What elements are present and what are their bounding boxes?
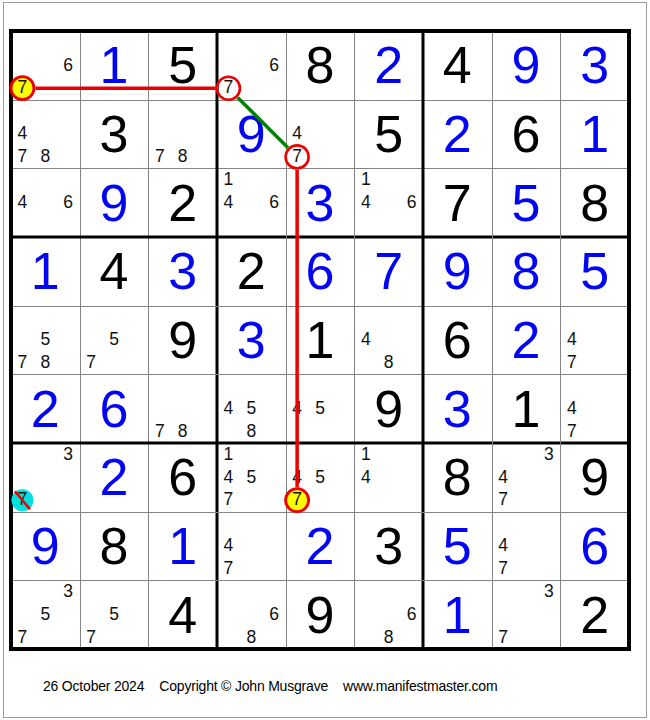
- candidate-empty: [217, 31, 240, 54]
- cell-r5c8[interactable]: 2: [492, 306, 561, 375]
- candidate-8: 8: [240, 626, 263, 649]
- candidate-empty: [240, 557, 263, 580]
- candidate-empty: [125, 329, 148, 352]
- cell-r7c7[interactable]: 8: [423, 443, 492, 512]
- pencil-marks: 78: [148, 374, 217, 443]
- candidate-empty: [354, 626, 377, 649]
- cell-r3c6[interactable]: 146: [354, 168, 423, 237]
- solved-digit: 6: [560, 512, 629, 581]
- cell-r5c2[interactable]: 57: [80, 306, 149, 375]
- footer-website: www.manifestmaster.com: [343, 678, 497, 694]
- solved-digit: 3: [217, 306, 286, 375]
- pencil-marks: 57: [80, 580, 149, 649]
- candidate-empty: [57, 214, 80, 237]
- candidate-empty: [148, 397, 171, 420]
- candidate-7: 7: [80, 351, 103, 374]
- candidate-empty: [400, 214, 423, 237]
- candidate-5: 5: [240, 466, 263, 489]
- candidate-empty: [400, 168, 423, 191]
- pencil-marks: 357: [11, 580, 80, 649]
- candidate-empty: [34, 443, 57, 466]
- candidate-empty: [263, 489, 286, 512]
- candidate-empty: [34, 214, 57, 237]
- candidate-empty: [103, 306, 126, 329]
- candidate-empty: [286, 420, 309, 443]
- candidate-empty: [263, 443, 286, 466]
- cell-r1c3[interactable]: 5: [148, 31, 217, 100]
- candidate-8: 8: [377, 626, 400, 649]
- solved-digit: 2: [423, 100, 492, 169]
- cell-r3c3[interactable]: 2: [148, 168, 217, 237]
- cell-r3c1[interactable]: 46: [11, 168, 80, 237]
- candidate-empty: [240, 512, 263, 535]
- given-digit: 8: [560, 168, 629, 237]
- cell-r7c5[interactable]: 457: [286, 443, 355, 512]
- solved-digit: 7: [354, 237, 423, 306]
- cell-r8c6[interactable]: 3: [354, 512, 423, 581]
- candidate-empty: [263, 626, 286, 649]
- candidate-empty: [515, 580, 538, 603]
- cell-r6c1[interactable]: 2: [11, 374, 80, 443]
- cell-r9c1[interactable]: 357: [11, 580, 80, 649]
- candidate-4: 4: [217, 535, 240, 558]
- cell-r5c1[interactable]: 578: [11, 306, 80, 375]
- cell-r6c9[interactable]: 47: [560, 374, 629, 443]
- candidate-empty: [80, 306, 103, 329]
- candidate-empty: [354, 580, 377, 603]
- cell-r4c6[interactable]: 7: [354, 237, 423, 306]
- candidate-empty: [34, 191, 57, 214]
- cell-r6c4[interactable]: 458: [217, 374, 286, 443]
- candidate-empty: [34, 466, 57, 489]
- cell-r2c7[interactable]: 2: [423, 100, 492, 169]
- candidate-empty: [57, 100, 80, 123]
- cell-r1c9[interactable]: 3: [560, 31, 629, 100]
- solved-digit: 1: [560, 100, 629, 169]
- candidate-1: 1: [217, 443, 240, 466]
- candidate-empty: [560, 306, 583, 329]
- cell-r2c5[interactable]: 47: [286, 100, 355, 169]
- cell-r4c4[interactable]: 2: [217, 237, 286, 306]
- candidate-empty: [240, 168, 263, 191]
- solved-digit: 3: [148, 237, 217, 306]
- candidate-empty: [57, 626, 80, 649]
- solved-digit: 2: [354, 31, 423, 100]
- candidate-empty: [537, 466, 560, 489]
- candidate-empty: [34, 489, 57, 512]
- candidate-empty: [560, 374, 583, 397]
- candidate-empty: [34, 54, 57, 77]
- cell-r4c3[interactable]: 3: [148, 237, 217, 306]
- cell-r1c6[interactable]: 2: [354, 31, 423, 100]
- given-digit: 3: [354, 512, 423, 581]
- solved-digit: 9: [217, 100, 286, 169]
- candidate-empty: [11, 466, 34, 489]
- candidate-empty: [606, 351, 629, 374]
- given-digit: 4: [80, 237, 149, 306]
- cell-r8c9[interactable]: 6: [560, 512, 629, 581]
- pencil-marks: 47: [217, 512, 286, 581]
- candidate-8: 8: [34, 145, 57, 168]
- candidate-5: 5: [309, 397, 332, 420]
- cell-r1c4[interactable]: 67: [217, 31, 286, 100]
- pencil-marks: 67: [217, 31, 286, 100]
- cell-r4c9[interactable]: 5: [560, 237, 629, 306]
- cell-r1c5[interactable]: 8: [286, 31, 355, 100]
- candidate-empty: [286, 100, 309, 123]
- candidate-empty: [240, 214, 263, 237]
- candidate-empty: [240, 374, 263, 397]
- candidate-empty: [331, 466, 354, 489]
- solved-digit: 3: [423, 374, 492, 443]
- cell-r7c1[interactable]: 37: [11, 443, 80, 512]
- candidate-empty: [80, 580, 103, 603]
- cell-r6c7[interactable]: 3: [423, 374, 492, 443]
- candidate-empty: [148, 374, 171, 397]
- cell-r4c2[interactable]: 4: [80, 237, 149, 306]
- cell-r3c9[interactable]: 8: [560, 168, 629, 237]
- cell-r3c4[interactable]: 146: [217, 168, 286, 237]
- candidate-empty: [34, 626, 57, 649]
- given-digit: 2: [148, 168, 217, 237]
- candidate-empty: [125, 626, 148, 649]
- candidate-4: 4: [354, 329, 377, 352]
- candidate-empty: [309, 100, 332, 123]
- candidate-empty: [583, 397, 606, 420]
- candidate-empty: [400, 626, 423, 649]
- cell-r8c5[interactable]: 2: [286, 512, 355, 581]
- candidate-empty: [11, 603, 34, 626]
- candidate-empty: [354, 603, 377, 626]
- given-digit: 9: [286, 580, 355, 649]
- pencil-marks: 47: [560, 306, 629, 375]
- candidate-7: 7: [286, 489, 309, 512]
- candidate-empty: [331, 489, 354, 512]
- pencil-marks: 46: [11, 168, 80, 237]
- candidate-empty: [606, 306, 629, 329]
- cell-r1c2[interactable]: 1: [80, 31, 149, 100]
- candidate-empty: [537, 512, 560, 535]
- cell-r6c2[interactable]: 6: [80, 374, 149, 443]
- cell-r2c9[interactable]: 1: [560, 100, 629, 169]
- pencil-marks: 45: [286, 374, 355, 443]
- pencil-marks: 48: [354, 306, 423, 375]
- candidate-empty: [263, 535, 286, 558]
- cell-r7c3[interactable]: 6: [148, 443, 217, 512]
- candidate-empty: [57, 603, 80, 626]
- candidate-empty: [515, 512, 538, 535]
- solved-digit: 8: [492, 237, 561, 306]
- candidate-empty: [515, 466, 538, 489]
- pencil-marks: 478: [11, 100, 80, 169]
- given-digit: 9: [148, 306, 217, 375]
- candidate-empty: [515, 557, 538, 580]
- cell-r4c7[interactable]: 9: [423, 237, 492, 306]
- cell-r6c6[interactable]: 9: [354, 374, 423, 443]
- candidate-empty: [400, 489, 423, 512]
- candidate-empty: [240, 54, 263, 77]
- candidate-empty: [263, 466, 286, 489]
- cell-r2c3[interactable]: 78: [148, 100, 217, 169]
- candidate-empty: [217, 54, 240, 77]
- cell-r8c2[interactable]: 8: [80, 512, 149, 581]
- candidate-empty: [286, 374, 309, 397]
- candidate-4: 4: [354, 466, 377, 489]
- candidate-empty: [57, 77, 80, 100]
- candidate-empty: [263, 512, 286, 535]
- pencil-marks: 67: [11, 31, 80, 100]
- candidate-6: 6: [400, 603, 423, 626]
- pencil-marks: 37: [11, 443, 80, 512]
- pencil-marks: 78: [148, 100, 217, 169]
- candidate-6: 6: [57, 54, 80, 77]
- candidate-empty: [263, 77, 286, 100]
- candidate-8: 8: [171, 420, 194, 443]
- candidate-7: 7: [217, 557, 240, 580]
- solved-digit: 2: [11, 374, 80, 443]
- candidate-empty: [400, 580, 423, 603]
- candidate-empty: [583, 329, 606, 352]
- given-digit: 8: [286, 31, 355, 100]
- cell-r8c4[interactable]: 47: [217, 512, 286, 581]
- candidate-empty: [103, 626, 126, 649]
- candidate-3: 3: [537, 443, 560, 466]
- solved-digit: 3: [286, 168, 355, 237]
- candidate-5: 5: [240, 397, 263, 420]
- candidate-empty: [354, 214, 377, 237]
- cell-r5c7[interactable]: 6: [423, 306, 492, 375]
- cell-r5c5[interactable]: 1: [286, 306, 355, 375]
- candidate-empty: [57, 145, 80, 168]
- pencil-marks: 146: [354, 168, 423, 237]
- candidate-empty: [57, 306, 80, 329]
- cell-r2c4[interactable]: 9: [217, 100, 286, 169]
- cell-r8c7[interactable]: 5: [423, 512, 492, 581]
- candidate-empty: [377, 443, 400, 466]
- cell-r3c5[interactable]: 3: [286, 168, 355, 237]
- candidate-empty: [515, 603, 538, 626]
- candidate-empty: [194, 420, 217, 443]
- candidate-empty: [377, 489, 400, 512]
- cell-r2c8[interactable]: 6: [492, 100, 561, 169]
- pencil-marks: 457: [286, 443, 355, 512]
- candidate-empty: [583, 351, 606, 374]
- cell-r5c6[interactable]: 48: [354, 306, 423, 375]
- cell-r6c3[interactable]: 78: [148, 374, 217, 443]
- cell-r1c1[interactable]: 67: [11, 31, 80, 100]
- footer-date: 26 October 2024: [43, 678, 144, 694]
- solved-digit: 1: [423, 580, 492, 649]
- candidate-empty: [492, 443, 515, 466]
- candidate-4: 4: [217, 191, 240, 214]
- candidate-empty: [240, 580, 263, 603]
- candidate-empty: [263, 557, 286, 580]
- given-digit: 7: [423, 168, 492, 237]
- sudoku-page: 6715678249347837894752614692146314675814…: [0, 0, 650, 720]
- candidate-empty: [57, 466, 80, 489]
- cell-r9c6[interactable]: 68: [354, 580, 423, 649]
- cell-r6c5[interactable]: 45: [286, 374, 355, 443]
- pencil-marks: 47: [560, 374, 629, 443]
- pencil-marks: 146: [217, 168, 286, 237]
- candidate-empty: [34, 306, 57, 329]
- cell-r2c2[interactable]: 3: [80, 100, 149, 169]
- given-digit: 8: [423, 443, 492, 512]
- candidate-empty: [11, 580, 34, 603]
- candidate-empty: [171, 123, 194, 146]
- candidate-7: 7: [11, 489, 34, 512]
- cell-r9c5[interactable]: 9: [286, 580, 355, 649]
- candidate-empty: [606, 420, 629, 443]
- cell-r7c6[interactable]: 14: [354, 443, 423, 512]
- solved-digit: 1: [80, 31, 149, 100]
- candidate-empty: [377, 214, 400, 237]
- pencil-marks: 37: [492, 580, 561, 649]
- candidate-empty: [11, 31, 34, 54]
- cell-r3c2[interactable]: 9: [80, 168, 149, 237]
- given-digit: 6: [423, 306, 492, 375]
- cell-r7c2[interactable]: 2: [80, 443, 149, 512]
- candidate-empty: [80, 603, 103, 626]
- candidate-empty: [492, 580, 515, 603]
- candidate-empty: [537, 489, 560, 512]
- candidate-empty: [309, 145, 332, 168]
- pencil-marks: 458: [217, 374, 286, 443]
- candidate-3: 3: [57, 580, 80, 603]
- candidate-7: 7: [80, 626, 103, 649]
- candidate-empty: [263, 420, 286, 443]
- candidate-4: 4: [286, 123, 309, 146]
- candidate-7: 7: [492, 626, 515, 649]
- candidate-4: 4: [492, 535, 515, 558]
- candidate-7: 7: [11, 77, 34, 100]
- candidate-7: 7: [148, 145, 171, 168]
- cell-r9c3[interactable]: 4: [148, 580, 217, 649]
- cell-r9c9[interactable]: 2: [560, 580, 629, 649]
- cell-r2c6[interactable]: 5: [354, 100, 423, 169]
- sudoku-board[interactable]: 6715678249347837894752614692146314675814…: [11, 31, 629, 649]
- candidate-empty: [492, 512, 515, 535]
- cell-r8c8[interactable]: 47: [492, 512, 561, 581]
- cell-r5c9[interactable]: 47: [560, 306, 629, 375]
- candidate-empty: [537, 535, 560, 558]
- cell-r7c4[interactable]: 1457: [217, 443, 286, 512]
- cell-r4c8[interactable]: 8: [492, 237, 561, 306]
- given-digit: 6: [148, 443, 217, 512]
- cell-r8c3[interactable]: 1: [148, 512, 217, 581]
- solved-digit: 6: [286, 237, 355, 306]
- candidate-empty: [103, 580, 126, 603]
- candidate-empty: [354, 351, 377, 374]
- candidate-empty: [148, 100, 171, 123]
- cell-r5c4[interactable]: 3: [217, 306, 286, 375]
- candidate-empty: [263, 397, 286, 420]
- candidate-1: 1: [217, 168, 240, 191]
- cell-r8c1[interactable]: 9: [11, 512, 80, 581]
- solved-digit: 5: [423, 512, 492, 581]
- given-digit: 2: [560, 580, 629, 649]
- candidate-4: 4: [217, 466, 240, 489]
- footer-copyright: Copyright © John Musgrave: [159, 678, 328, 694]
- candidate-7: 7: [492, 557, 515, 580]
- candidate-7: 7: [217, 77, 240, 100]
- cell-r9c8[interactable]: 37: [492, 580, 561, 649]
- solved-digit: 2: [492, 306, 561, 375]
- candidate-empty: [217, 626, 240, 649]
- solved-digit: 3: [560, 31, 629, 100]
- cell-r3c7[interactable]: 7: [423, 168, 492, 237]
- given-digit: 4: [423, 31, 492, 100]
- cell-r2c1[interactable]: 478: [11, 100, 80, 169]
- solved-digit: 1: [11, 237, 80, 306]
- candidate-4: 4: [492, 466, 515, 489]
- candidate-empty: [57, 489, 80, 512]
- candidate-6: 6: [263, 54, 286, 77]
- candidate-empty: [263, 168, 286, 191]
- candidate-empty: [331, 443, 354, 466]
- solved-digit: 6: [80, 374, 149, 443]
- candidate-empty: [606, 374, 629, 397]
- candidate-empty: [171, 374, 194, 397]
- cell-r1c7[interactable]: 4: [423, 31, 492, 100]
- candidate-empty: [537, 557, 560, 580]
- candidate-empty: [377, 466, 400, 489]
- candidate-7: 7: [286, 145, 309, 168]
- cell-r9c4[interactable]: 68: [217, 580, 286, 649]
- cell-r6c8[interactable]: 1: [492, 374, 561, 443]
- cell-r5c3[interactable]: 9: [148, 306, 217, 375]
- cell-r4c5[interactable]: 6: [286, 237, 355, 306]
- pencil-marks: 14: [354, 443, 423, 512]
- candidate-empty: [125, 351, 148, 374]
- candidate-empty: [263, 31, 286, 54]
- cell-r4c1[interactable]: 1: [11, 237, 80, 306]
- candidate-5: 5: [34, 329, 57, 352]
- candidate-7: 7: [11, 145, 34, 168]
- cell-r1c8[interactable]: 9: [492, 31, 561, 100]
- candidate-empty: [194, 397, 217, 420]
- candidate-empty: [331, 100, 354, 123]
- candidate-empty: [171, 397, 194, 420]
- candidate-empty: [103, 351, 126, 374]
- cell-r9c2[interactable]: 57: [80, 580, 149, 649]
- candidate-empty: [217, 420, 240, 443]
- candidate-empty: [515, 626, 538, 649]
- candidate-empty: [331, 374, 354, 397]
- candidate-empty: [377, 306, 400, 329]
- candidate-empty: [11, 168, 34, 191]
- candidate-empty: [377, 580, 400, 603]
- candidate-empty: [34, 580, 57, 603]
- candidate-empty: [354, 306, 377, 329]
- candidate-empty: [537, 626, 560, 649]
- cell-r7c9[interactable]: 9: [560, 443, 629, 512]
- candidate-4: 4: [286, 466, 309, 489]
- pencil-marks: 57: [80, 306, 149, 375]
- candidate-3: 3: [537, 580, 560, 603]
- candidate-5: 5: [309, 466, 332, 489]
- cell-r3c8[interactable]: 5: [492, 168, 561, 237]
- candidate-empty: [309, 420, 332, 443]
- cell-r9c7[interactable]: 1: [423, 580, 492, 649]
- candidate-empty: [400, 329, 423, 352]
- given-digit: 1: [492, 374, 561, 443]
- cell-r7c8[interactable]: 347: [492, 443, 561, 512]
- solved-digit: 9: [80, 168, 149, 237]
- candidate-empty: [377, 603, 400, 626]
- candidate-empty: [171, 100, 194, 123]
- candidate-7: 7: [217, 489, 240, 512]
